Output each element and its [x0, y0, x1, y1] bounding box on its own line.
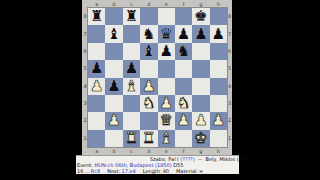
square-c1[interactable]: ♜	[123, 130, 140, 147]
length-value: 40	[163, 168, 169, 174]
board-grid: ♜♜♚♝♞♛♟♟♟♝♟♞♟♟♟♟♝♟♞♟♞♟♛♟♟♟♜♜♝♚	[88, 8, 227, 147]
rank-label-8-right: 8	[227, 8, 232, 25]
square-d3[interactable]: ♞	[140, 95, 157, 112]
piece-white-knight: ♞	[177, 96, 190, 111]
square-f8[interactable]	[175, 8, 192, 25]
square-f2[interactable]: ♟	[175, 112, 192, 129]
square-g1[interactable]: ♚	[192, 130, 209, 147]
square-d2[interactable]	[140, 112, 157, 129]
rank-label-1-right: 1	[227, 130, 232, 147]
square-f4[interactable]	[175, 78, 192, 95]
square-h4[interactable]	[210, 78, 227, 95]
material-balance: Material:=	[176, 168, 203, 174]
piece-white-knight: ♞	[142, 96, 155, 111]
square-e5[interactable]	[158, 60, 175, 77]
rank-labels-right: 87654321	[227, 8, 232, 147]
piece-black-bishop: ♝	[107, 26, 120, 41]
square-h6[interactable]	[210, 43, 227, 60]
square-a4[interactable]: ♟	[88, 78, 105, 95]
square-e4[interactable]	[158, 78, 175, 95]
rank-label-2-right: 2	[227, 112, 232, 129]
move-info-line: 16 ...Rc8 Next:17.e4 Length:40 Material:…	[76, 168, 239, 174]
square-d1[interactable]: ♜	[140, 130, 157, 147]
square-d8[interactable]	[140, 8, 157, 25]
square-a6[interactable]	[88, 43, 105, 60]
square-a8[interactable]: ♜	[88, 8, 105, 25]
square-h3[interactable]	[210, 95, 227, 112]
piece-black-queen: ♛	[159, 26, 172, 41]
square-f5[interactable]	[175, 60, 192, 77]
piece-black-rook: ♜	[125, 9, 138, 24]
square-c8[interactable]: ♜	[123, 8, 140, 25]
piece-white-pawn: ♟	[159, 96, 172, 111]
square-f6[interactable]: ♞	[175, 43, 192, 60]
piece-white-bishop: ♝	[159, 130, 172, 145]
square-b8[interactable]	[105, 8, 122, 25]
square-h1[interactable]	[210, 130, 227, 147]
last-move-number: 16 ...	[77, 168, 90, 174]
square-d7[interactable]: ♞	[140, 25, 157, 42]
piece-black-pawn: ♟	[177, 26, 190, 41]
square-f3[interactable]: ♞	[175, 95, 192, 112]
square-g5[interactable]	[192, 60, 209, 77]
square-h2[interactable]: ♟	[210, 112, 227, 129]
square-c6[interactable]	[123, 43, 140, 60]
piece-white-pawn: ♟	[90, 78, 103, 93]
square-c3[interactable]	[123, 95, 140, 112]
piece-white-pawn: ♟	[177, 113, 190, 128]
square-h8[interactable]	[210, 8, 227, 25]
file-label-h-bottom: h	[210, 147, 227, 155]
file-label-g-bottom: g	[192, 147, 209, 155]
square-f1[interactable]	[175, 130, 192, 147]
length-label: Length:	[143, 168, 162, 174]
rank-label-7-right: 7	[227, 25, 232, 42]
piece-black-knight: ♞	[177, 43, 190, 58]
rank-label-5-right: 5	[227, 60, 232, 77]
piece-black-pawn: ♟	[212, 26, 225, 41]
piece-black-rook: ♜	[90, 9, 103, 24]
file-labels-bottom: abcdefgh	[88, 147, 227, 155]
square-a7[interactable]	[88, 25, 105, 42]
piece-black-pawn: ♟	[107, 78, 120, 93]
piece-white-bishop: ♝	[125, 78, 138, 93]
piece-black-pawn: ♟	[159, 43, 172, 58]
file-label-d-top: d	[140, 0, 157, 8]
square-b2[interactable]: ♟	[105, 112, 122, 129]
square-e6[interactable]: ♟	[158, 43, 175, 60]
square-b7[interactable]: ♝	[105, 25, 122, 42]
players-separator: --	[196, 156, 204, 162]
file-label-e-bottom: e	[158, 147, 175, 155]
file-label-d-bottom: d	[140, 147, 157, 155]
square-e8[interactable]	[158, 8, 175, 25]
file-label-e-top: e	[158, 0, 175, 8]
square-g6[interactable]	[192, 43, 209, 60]
rank-label-3-right: 3	[227, 95, 232, 112]
piece-black-pawn: ♟	[194, 26, 207, 41]
square-d5[interactable]	[140, 60, 157, 77]
piece-white-pawn: ♟	[107, 113, 120, 128]
file-label-c-bottom: c	[123, 147, 140, 155]
game-result: (1-0)	[237, 156, 249, 162]
letterbox-right	[240, 0, 320, 180]
piece-black-pawn: ♟	[90, 61, 103, 76]
file-label-h-top: h	[210, 0, 227, 8]
square-h7[interactable]: ♟	[210, 25, 227, 42]
square-c7[interactable]	[123, 25, 140, 42]
chess-board-panel: abcdefgh 87654321 ♜♜♚♝♞♛♟♟♟♝♟♞♟♟♟♟♝♟♞♟♞♟…	[82, 0, 232, 155]
square-e1[interactable]: ♝	[158, 130, 175, 147]
square-a5[interactable]: ♟	[88, 60, 105, 77]
game-length: Length:40	[143, 168, 169, 174]
square-g8[interactable]: ♚	[192, 8, 209, 25]
square-e3[interactable]: ♟	[158, 95, 175, 112]
game-info-bar: Szabo, Pal I (????) -- Bely, Miklos (1-0…	[76, 155, 239, 174]
piece-white-pawn: ♟	[212, 113, 225, 128]
file-label-a-bottom: a	[88, 147, 105, 155]
file-label-b-top: b	[105, 0, 122, 8]
square-a3[interactable]	[88, 95, 105, 112]
next-move-label: Next:	[107, 168, 120, 174]
piece-black-pawn: ♟	[125, 61, 138, 76]
square-b4[interactable]: ♟	[105, 78, 122, 95]
rank-label-6-right: 6	[227, 43, 232, 60]
square-e2[interactable]: ♛	[158, 112, 175, 129]
piece-white-king: ♚	[194, 130, 207, 145]
material-value: =	[199, 168, 203, 174]
square-e7[interactable]: ♛	[158, 25, 175, 42]
file-label-f-top: f	[175, 0, 192, 8]
material-label: Material:	[176, 168, 198, 174]
piece-white-pawn: ♟	[194, 113, 207, 128]
square-b5[interactable]	[105, 60, 122, 77]
square-d6[interactable]: ♝	[140, 43, 157, 60]
square-c4[interactable]: ♝	[123, 78, 140, 95]
piece-black-king: ♚	[194, 9, 207, 24]
piece-black-knight: ♞	[142, 26, 155, 41]
square-a2[interactable]	[88, 112, 105, 129]
square-c2[interactable]	[123, 112, 140, 129]
square-b1[interactable]	[105, 130, 122, 147]
square-c5[interactable]: ♟	[123, 60, 140, 77]
piece-black-bishop: ♝	[142, 43, 155, 58]
rank-label-4-right: 4	[227, 78, 232, 95]
last-move: 16 ...Rc8	[77, 168, 100, 174]
square-g7[interactable]: ♟	[192, 25, 209, 42]
letterbox-left	[0, 0, 82, 180]
black-player-name: Bely, Miklos	[206, 156, 236, 162]
square-g3[interactable]	[192, 95, 209, 112]
square-f7[interactable]: ♟	[175, 25, 192, 42]
square-h5[interactable]	[210, 60, 227, 77]
square-a1[interactable]	[88, 130, 105, 147]
piece-white-queen: ♛	[159, 113, 172, 128]
square-d4[interactable]: ♟	[140, 78, 157, 95]
square-b3[interactable]	[105, 95, 122, 112]
square-g4[interactable]	[192, 78, 209, 95]
next-move-value: 17.e4	[121, 168, 135, 174]
piece-white-pawn: ♟	[142, 78, 155, 93]
last-move-value: Rc8	[91, 168, 100, 174]
piece-white-rook: ♜	[125, 130, 138, 145]
file-label-b-bottom: b	[105, 147, 122, 155]
file-label-f-bottom: f	[175, 147, 192, 155]
next-move: Next:17.e4	[107, 168, 136, 174]
square-g2[interactable]: ♟	[192, 112, 209, 129]
square-b6[interactable]	[105, 43, 122, 60]
piece-white-rook: ♜	[142, 130, 155, 145]
